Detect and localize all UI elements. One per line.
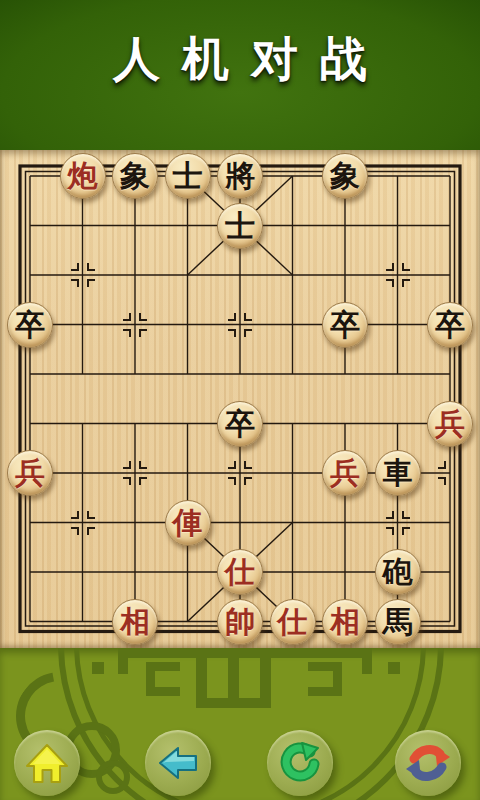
piece-red-相[interactable]: 相 xyxy=(112,599,158,645)
xiangqi-board[interactable]: 炮象士將象士卒卒卒卒兵兵兵車俥仕砲相帥仕相馬 xyxy=(0,150,480,648)
emblem-cloud-scroll xyxy=(96,760,130,794)
home-icon xyxy=(25,741,69,785)
emblem-meander xyxy=(362,648,372,674)
emblem-dot xyxy=(92,662,104,674)
point-marker xyxy=(386,263,410,287)
header-banner: 人机对战 xyxy=(0,0,480,150)
piece-black-卒[interactable]: 卒 xyxy=(217,401,263,447)
undo-circular-arrow-icon xyxy=(278,741,322,785)
piece-black-士[interactable]: 士 xyxy=(217,203,263,249)
point-marker xyxy=(123,313,147,337)
piece-red-仕[interactable]: 仕 xyxy=(270,599,316,645)
bottom-bar xyxy=(0,648,480,800)
point-marker xyxy=(228,461,252,485)
piece-red-相[interactable]: 相 xyxy=(322,599,368,645)
point-marker xyxy=(71,511,95,535)
piece-red-兵[interactable]: 兵 xyxy=(7,450,53,496)
emblem-meander xyxy=(196,698,271,708)
point-marker xyxy=(386,511,410,535)
piece-black-砲[interactable]: 砲 xyxy=(375,549,421,595)
piece-black-象[interactable]: 象 xyxy=(112,153,158,199)
back-button[interactable] xyxy=(145,730,211,796)
piece-black-卒[interactable]: 卒 xyxy=(7,302,53,348)
emblem-meander xyxy=(155,687,180,696)
piece-black-卒[interactable]: 卒 xyxy=(322,302,368,348)
piece-red-炮[interactable]: 炮 xyxy=(60,153,106,199)
piece-black-車[interactable]: 車 xyxy=(375,450,421,496)
piece-red-俥[interactable]: 俥 xyxy=(165,500,211,546)
point-marker xyxy=(228,313,252,337)
back-arrow-icon xyxy=(156,741,200,785)
piece-black-將[interactable]: 將 xyxy=(217,153,263,199)
piece-red-兵[interactable]: 兵 xyxy=(427,401,473,447)
piece-black-象[interactable]: 象 xyxy=(322,153,368,199)
piece-black-士[interactable]: 士 xyxy=(165,153,211,199)
piece-red-帥[interactable]: 帥 xyxy=(217,599,263,645)
emblem-meander xyxy=(146,662,155,696)
piece-black-馬[interactable]: 馬 xyxy=(375,599,421,645)
point-marker xyxy=(71,263,95,287)
piece-black-卒[interactable]: 卒 xyxy=(427,302,473,348)
home-button[interactable] xyxy=(14,730,80,796)
point-marker xyxy=(438,461,462,485)
point-marker xyxy=(123,461,147,485)
piece-red-仕[interactable]: 仕 xyxy=(217,549,263,595)
emblem-meander xyxy=(118,648,128,674)
undo-button[interactable] xyxy=(267,730,333,796)
emblem-meander xyxy=(333,662,342,696)
emblem-dot xyxy=(388,662,400,674)
piece-red-兵[interactable]: 兵 xyxy=(322,450,368,496)
swap-button[interactable] xyxy=(395,730,461,796)
page-title: 人机对战 xyxy=(0,28,480,91)
swap-arrows-icon xyxy=(405,740,451,786)
emblem-meander xyxy=(118,648,372,658)
emblem-meander xyxy=(308,687,333,696)
